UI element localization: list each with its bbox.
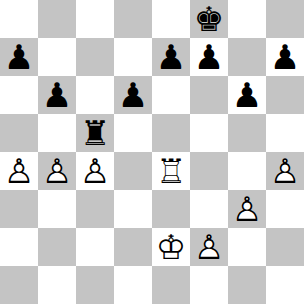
square-e7[interactable]: ♟ — [152, 38, 190, 76]
square-b5[interactable] — [38, 114, 76, 152]
piece-glyph: ♟ — [38, 76, 76, 114]
square-f7[interactable]: ♟ — [190, 38, 228, 76]
piece-glyph: ♙ — [38, 152, 76, 190]
square-h4[interactable]: ♟♙ — [266, 152, 304, 190]
square-d7[interactable] — [114, 38, 152, 76]
square-g3[interactable]: ♟♙ — [228, 190, 266, 228]
black-pawn-piece: ♟ — [152, 38, 190, 76]
square-b3[interactable] — [38, 190, 76, 228]
square-g7[interactable] — [228, 38, 266, 76]
white-pawn-piece: ♟♙ — [190, 228, 228, 266]
square-g1[interactable] — [228, 266, 266, 304]
black-rook-piece: ♜ — [76, 114, 114, 152]
black-pawn-piece: ♟ — [0, 38, 38, 76]
square-g6[interactable]: ♟ — [228, 76, 266, 114]
black-pawn-piece: ♟ — [38, 76, 76, 114]
square-h8[interactable] — [266, 0, 304, 38]
square-f6[interactable] — [190, 76, 228, 114]
square-b4[interactable]: ♟♙ — [38, 152, 76, 190]
square-e6[interactable] — [152, 76, 190, 114]
square-b6[interactable]: ♟ — [38, 76, 76, 114]
square-e1[interactable] — [152, 266, 190, 304]
white-pawn-piece: ♟♙ — [0, 152, 38, 190]
square-h5[interactable] — [266, 114, 304, 152]
white-pawn-piece: ♟♙ — [228, 190, 266, 228]
square-a4[interactable]: ♟♙ — [0, 152, 38, 190]
square-f2[interactable]: ♟♙ — [190, 228, 228, 266]
white-rook-piece: ♜♖ — [152, 152, 190, 190]
square-e3[interactable] — [152, 190, 190, 228]
square-c3[interactable] — [76, 190, 114, 228]
square-a5[interactable] — [0, 114, 38, 152]
piece-glyph: ♟ — [190, 38, 228, 76]
black-pawn-piece: ♟ — [190, 38, 228, 76]
square-d1[interactable] — [114, 266, 152, 304]
square-c2[interactable] — [76, 228, 114, 266]
square-e4[interactable]: ♜♖ — [152, 152, 190, 190]
piece-glyph: ♟ — [266, 38, 304, 76]
square-g2[interactable] — [228, 228, 266, 266]
square-g5[interactable] — [228, 114, 266, 152]
square-a6[interactable] — [0, 76, 38, 114]
square-c8[interactable] — [76, 0, 114, 38]
square-e8[interactable] — [152, 0, 190, 38]
piece-glyph: ♜ — [76, 114, 114, 152]
square-g4[interactable] — [228, 152, 266, 190]
black-pawn-piece: ♟ — [114, 76, 152, 114]
square-a8[interactable] — [0, 0, 38, 38]
square-h3[interactable] — [266, 190, 304, 228]
square-a1[interactable] — [0, 266, 38, 304]
white-king-piece: ♚♔ — [152, 228, 190, 266]
square-g8[interactable] — [228, 0, 266, 38]
square-d3[interactable] — [114, 190, 152, 228]
black-pawn-piece: ♟ — [266, 38, 304, 76]
black-king-piece: ♚ — [190, 0, 228, 38]
square-h1[interactable] — [266, 266, 304, 304]
white-pawn-piece: ♟♙ — [266, 152, 304, 190]
square-b2[interactable] — [38, 228, 76, 266]
square-h6[interactable] — [266, 76, 304, 114]
square-c1[interactable] — [76, 266, 114, 304]
white-pawn-piece: ♟♙ — [76, 152, 114, 190]
piece-glyph: ♟ — [228, 76, 266, 114]
square-h7[interactable]: ♟ — [266, 38, 304, 76]
square-f1[interactable] — [190, 266, 228, 304]
square-f4[interactable] — [190, 152, 228, 190]
piece-glyph: ♙ — [190, 228, 228, 266]
square-a2[interactable] — [0, 228, 38, 266]
piece-glyph: ♟ — [114, 76, 152, 114]
square-c5[interactable]: ♜ — [76, 114, 114, 152]
piece-glyph: ♔ — [152, 228, 190, 266]
square-d2[interactable] — [114, 228, 152, 266]
square-h2[interactable] — [266, 228, 304, 266]
square-a7[interactable]: ♟ — [0, 38, 38, 76]
square-c7[interactable] — [76, 38, 114, 76]
white-pawn-piece: ♟♙ — [38, 152, 76, 190]
square-e2[interactable]: ♚♔ — [152, 228, 190, 266]
square-c4[interactable]: ♟♙ — [76, 152, 114, 190]
square-f5[interactable] — [190, 114, 228, 152]
square-f3[interactable] — [190, 190, 228, 228]
piece-glyph: ♙ — [76, 152, 114, 190]
black-pawn-piece: ♟ — [228, 76, 266, 114]
square-b1[interactable] — [38, 266, 76, 304]
square-f8[interactable]: ♚ — [190, 0, 228, 38]
chess-board: ♚♟♟♟♟♟♟♟♜♟♙♟♙♟♙♜♖♟♙♟♙♚♔♟♙ — [0, 0, 304, 304]
square-a3[interactable] — [0, 190, 38, 228]
square-d6[interactable]: ♟ — [114, 76, 152, 114]
square-e5[interactable] — [152, 114, 190, 152]
piece-glyph: ♙ — [0, 152, 38, 190]
piece-glyph: ♙ — [266, 152, 304, 190]
square-b8[interactable] — [38, 0, 76, 38]
square-d4[interactable] — [114, 152, 152, 190]
piece-glyph: ♚ — [190, 0, 228, 38]
piece-glyph: ♖ — [152, 152, 190, 190]
square-d5[interactable] — [114, 114, 152, 152]
piece-glyph: ♟ — [0, 38, 38, 76]
piece-glyph: ♙ — [228, 190, 266, 228]
square-d8[interactable] — [114, 0, 152, 38]
square-c6[interactable] — [76, 76, 114, 114]
piece-glyph: ♟ — [152, 38, 190, 76]
square-b7[interactable] — [38, 38, 76, 76]
